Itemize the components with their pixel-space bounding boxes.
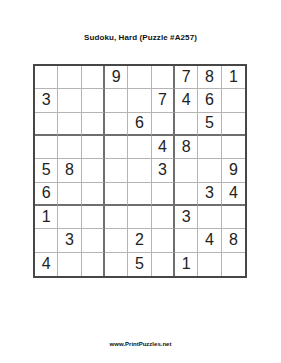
- cell-r3c6: [152, 113, 175, 136]
- cell-r3c9: [222, 113, 245, 136]
- cell-r5c6: 3: [152, 159, 175, 182]
- cell-r6c1: 6: [35, 183, 58, 206]
- cell-r9c9: [222, 253, 245, 276]
- cell-r2c1: 3: [35, 89, 58, 112]
- cell-r1c7: 7: [175, 66, 198, 89]
- cell-r2c4: [105, 89, 128, 112]
- cell-r2c5: [128, 89, 151, 112]
- cell-r9c4: [105, 253, 128, 276]
- cell-r5c7: [175, 159, 198, 182]
- cell-r7c9: [222, 206, 245, 229]
- cell-r1c4: 9: [105, 66, 128, 89]
- cell-r1c3: [82, 66, 105, 89]
- cell-r1c8: 8: [198, 66, 221, 89]
- cell-r4c4: [105, 136, 128, 159]
- cell-r3c7: [175, 113, 198, 136]
- cell-r3c5: 6: [128, 113, 151, 136]
- cell-r8c8: 4: [198, 229, 221, 252]
- cell-r8c2: 3: [58, 229, 81, 252]
- cell-r5c4: [105, 159, 128, 182]
- cell-r9c8: [198, 253, 221, 276]
- cell-r5c5: [128, 159, 151, 182]
- cell-r5c1: 5: [35, 159, 58, 182]
- cell-r2c6: 7: [152, 89, 175, 112]
- cell-r4c3: [82, 136, 105, 159]
- cell-r7c5: [128, 206, 151, 229]
- sudoku-board: 9781374665485839634133248451: [33, 64, 247, 278]
- cell-r1c5: [128, 66, 151, 89]
- cell-r4c2: [58, 136, 81, 159]
- cell-r2c9: [222, 89, 245, 112]
- cell-r4c6: 4: [152, 136, 175, 159]
- cell-r8c6: [152, 229, 175, 252]
- cell-r6c5: [128, 183, 151, 206]
- cell-r6c9: 4: [222, 183, 245, 206]
- cell-r9c6: [152, 253, 175, 276]
- cell-r5c8: [198, 159, 221, 182]
- cell-r1c1: [35, 66, 58, 89]
- cell-r2c8: 6: [198, 89, 221, 112]
- cell-r4c5: [128, 136, 151, 159]
- cell-r7c7: 3: [175, 206, 198, 229]
- cell-r3c8: 5: [198, 113, 221, 136]
- cell-r8c9: 8: [222, 229, 245, 252]
- cell-r2c2: [58, 89, 81, 112]
- cell-r9c1: 4: [35, 253, 58, 276]
- cell-r9c2: [58, 253, 81, 276]
- cell-r7c1: 1: [35, 206, 58, 229]
- cell-r4c7: 8: [175, 136, 198, 159]
- cell-r1c6: [152, 66, 175, 89]
- cell-r8c4: [105, 229, 128, 252]
- cell-r4c9: [222, 136, 245, 159]
- cell-r1c9: 1: [222, 66, 245, 89]
- cell-r3c2: [58, 113, 81, 136]
- cell-r5c9: 9: [222, 159, 245, 182]
- cell-r6c4: [105, 183, 128, 206]
- cell-r8c7: [175, 229, 198, 252]
- cell-r8c5: 2: [128, 229, 151, 252]
- cell-r4c8: [198, 136, 221, 159]
- sudoku-page: Sudoku, Hard (Puzzle #A257) 978137466548…: [0, 0, 281, 363]
- cell-r6c8: 3: [198, 183, 221, 206]
- puzzle-title: Sudoku, Hard (Puzzle #A257): [0, 33, 281, 42]
- cell-r9c3: [82, 253, 105, 276]
- cell-r6c2: [58, 183, 81, 206]
- cell-r7c4: [105, 206, 128, 229]
- cell-r3c3: [82, 113, 105, 136]
- cell-r7c8: [198, 206, 221, 229]
- cell-r5c2: 8: [58, 159, 81, 182]
- cell-r1c2: [58, 66, 81, 89]
- cell-r7c6: [152, 206, 175, 229]
- cell-r2c3: [82, 89, 105, 112]
- cell-r8c1: [35, 229, 58, 252]
- cell-r2c7: 4: [175, 89, 198, 112]
- cell-r7c3: [82, 206, 105, 229]
- cell-r6c7: [175, 183, 198, 206]
- cell-r9c7: 1: [175, 253, 198, 276]
- cell-r6c6: [152, 183, 175, 206]
- cell-r9c5: 5: [128, 253, 151, 276]
- cell-r7c2: [58, 206, 81, 229]
- cell-r3c4: [105, 113, 128, 136]
- cell-r3c1: [35, 113, 58, 136]
- cell-r8c3: [82, 229, 105, 252]
- cell-r6c3: [82, 183, 105, 206]
- footer-site-text: www.PrintPuzzles.net: [0, 341, 281, 347]
- cell-r5c3: [82, 159, 105, 182]
- cell-r4c1: [35, 136, 58, 159]
